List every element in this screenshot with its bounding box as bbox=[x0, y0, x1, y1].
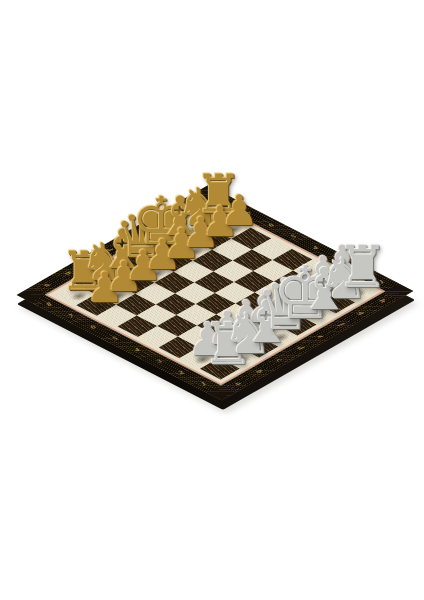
product-photo: abcdefgh abcdefgh 87654321 87654321 ♜♞♝♛… bbox=[0, 0, 424, 600]
playing-area-trim: ♜♞♝♛♚♝♞♜♟♟♟♟♟♟♟♟♟♟♟♟♟♟♟♟♜♞♝♛♚♝♞♜ bbox=[45, 201, 385, 386]
square-h1: ♜ bbox=[334, 281, 374, 303]
white-rook-h1: ♜ bbox=[337, 238, 389, 296]
black-pawn-h7: ♟ bbox=[220, 190, 258, 232]
playing-area-frame: ♜♞♝♛♚♝♞♜♟♟♟♟♟♟♟♟♟♟♟♟♟♟♟♟♜♞♝♛♚♝♞♜ bbox=[46, 201, 384, 385]
chess-board: abcdefgh abcdefgh 87654321 87654321 ♜♞♝♛… bbox=[16, 185, 414, 401]
